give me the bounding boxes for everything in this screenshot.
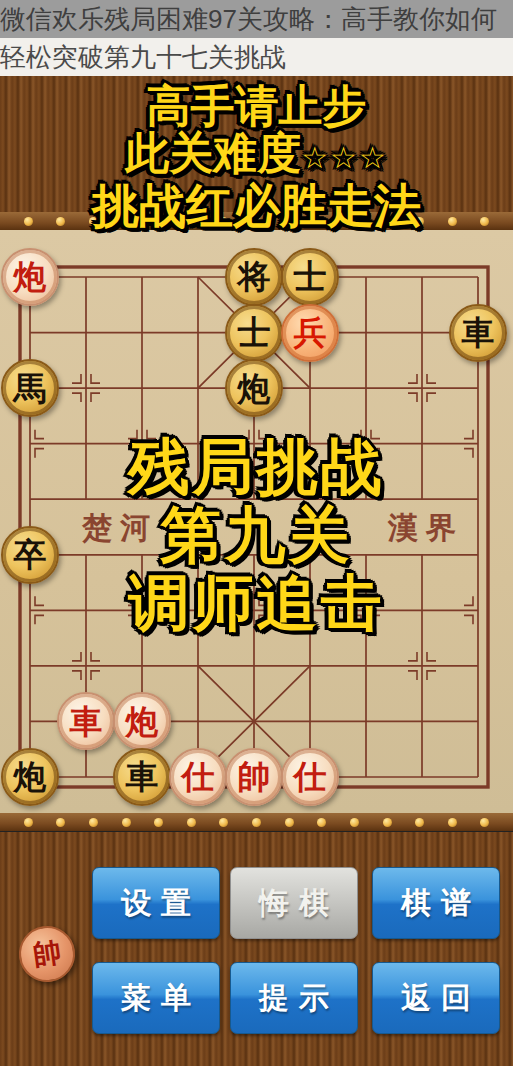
- app-screen: 微信欢乐残局困难97关攻略：高手教你如何 轻松突破第九十七关挑战 高手请止步 此…: [0, 0, 513, 1066]
- piece-red-仕[interactable]: 仕: [281, 748, 339, 806]
- gold-stud: [187, 818, 196, 827]
- piece-black-炮[interactable]: 炮: [225, 359, 283, 417]
- piece-red-炮[interactable]: 炮: [113, 692, 171, 750]
- hint-button[interactable]: 提示: [230, 962, 358, 1034]
- gold-stud: [89, 818, 98, 827]
- gold-stud: [448, 818, 457, 827]
- piece-black-士[interactable]: 士: [225, 304, 283, 362]
- gold-stud: [480, 818, 489, 827]
- difficulty-stars: ☆☆☆: [301, 140, 388, 175]
- piece-red-炮[interactable]: 炮: [1, 248, 59, 306]
- overlay-line2: 第九关: [0, 501, 513, 569]
- gold-stud: [415, 818, 424, 827]
- banner-captions: 高手请止步 此关难度☆☆☆ 挑战红必胜走法: [0, 82, 513, 231]
- piece-black-馬[interactable]: 馬: [1, 359, 59, 417]
- menu-button[interactable]: 菜单: [92, 962, 220, 1034]
- record-button[interactable]: 棋谱: [372, 867, 500, 939]
- overlay-line3: 调师追击: [0, 569, 513, 637]
- settings-button[interactable]: 设置: [92, 867, 220, 939]
- gold-stud: [317, 818, 326, 827]
- banner-line2: 此关难度☆☆☆: [0, 129, 513, 181]
- gold-stud: [122, 818, 131, 827]
- piece-black-将[interactable]: 将: [225, 248, 283, 306]
- piece-red-帥[interactable]: 帥: [225, 748, 283, 806]
- gold-stud: [350, 818, 359, 827]
- gold-stud: [285, 818, 294, 827]
- undo-button[interactable]: 悔棋: [230, 867, 358, 939]
- piece-black-士[interactable]: 士: [281, 248, 339, 306]
- piece-black-車[interactable]: 車: [113, 748, 171, 806]
- stud-rail-bottom: [0, 813, 513, 831]
- back-button[interactable]: 返回: [372, 962, 500, 1034]
- piece-black-車[interactable]: 車: [449, 304, 507, 362]
- gold-stud: [383, 818, 392, 827]
- banner-line1: 高手请止步: [0, 82, 513, 129]
- gold-stud: [154, 818, 163, 827]
- level-overlay: 残局挑战 第九关 调师追击: [0, 433, 513, 637]
- banner-difficulty-label: 此关难度: [125, 127, 301, 178]
- piece-red-仕[interactable]: 仕: [169, 748, 227, 806]
- banner-line3: 挑战红必胜走法: [0, 181, 513, 231]
- piece-red-兵[interactable]: 兵: [281, 304, 339, 362]
- piece-black-炮[interactable]: 炮: [1, 748, 59, 806]
- video-title-line2: 轻松突破第九十七关挑战: [0, 38, 513, 76]
- piece-red-車[interactable]: 車: [57, 692, 115, 750]
- gold-stud: [219, 818, 228, 827]
- gold-stud: [24, 818, 33, 827]
- gold-stud: [56, 818, 65, 827]
- gold-stud: [252, 818, 261, 827]
- overlay-line1: 残局挑战: [0, 433, 513, 501]
- video-title-line1: 微信欢乐残局困难97关攻略：高手教你如何: [0, 0, 513, 38]
